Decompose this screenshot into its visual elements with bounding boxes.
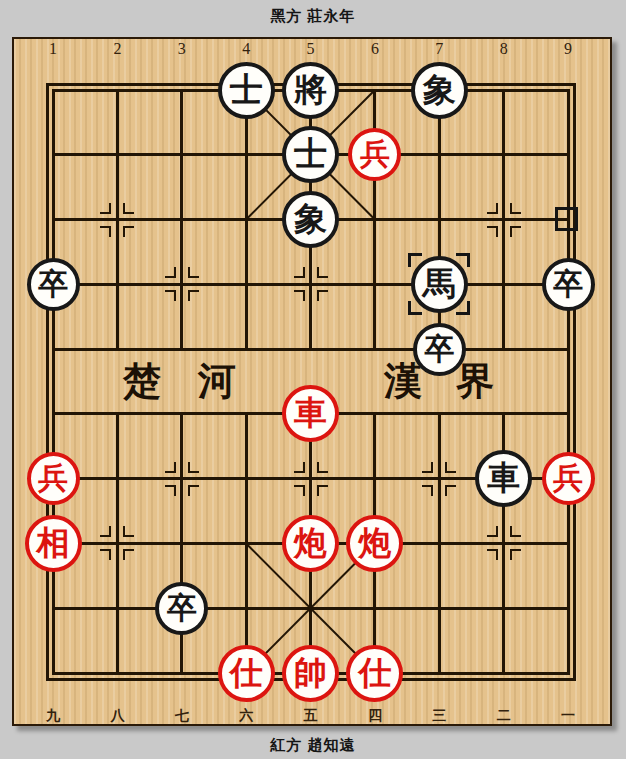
piece-black-soldier[interactable]: 卒 xyxy=(155,582,208,635)
piece-red-elephant[interactable]: 相 xyxy=(25,515,82,572)
piece-black-soldier[interactable]: 卒 xyxy=(27,258,80,311)
star-point-mark xyxy=(510,203,521,214)
bottom-coord-3: 七 xyxy=(169,707,195,725)
star-point-mark xyxy=(422,485,433,496)
star-point-mark xyxy=(188,267,199,278)
star-point-mark xyxy=(445,485,456,496)
piece-black-general[interactable]: 將 xyxy=(282,62,339,119)
bottom-coord-9: 一 xyxy=(555,707,581,725)
river-label-1: 楚 xyxy=(120,360,164,402)
top-coord-6: 6 xyxy=(362,40,388,58)
bottom-coord-8: 二 xyxy=(491,707,517,725)
star-point-mark xyxy=(100,203,111,214)
star-point-mark xyxy=(487,549,498,560)
star-point-mark xyxy=(188,485,199,496)
top-coord-2: 2 xyxy=(104,40,130,58)
star-point-mark xyxy=(294,290,305,301)
piece-black-chariot[interactable]: 車 xyxy=(475,450,532,507)
star-point-mark xyxy=(422,462,433,473)
star-point-mark xyxy=(123,526,134,537)
top-coord-7: 7 xyxy=(426,40,452,58)
star-point-mark xyxy=(294,462,305,473)
star-point-mark xyxy=(510,526,521,537)
piece-red-soldier[interactable]: 兵 xyxy=(27,452,80,505)
piece-black-horse[interactable]: 馬 xyxy=(411,256,468,313)
red-player-label: 紅方 趙知遠 xyxy=(0,736,626,755)
xiangqi-board[interactable]: 123456789九八七六五四三二一楚河漢界士將象士兵象卒馬卒卒車兵車兵相炮炮卒… xyxy=(12,37,612,726)
top-coord-8: 8 xyxy=(491,40,517,58)
piece-black-elephant[interactable]: 象 xyxy=(411,62,468,119)
bottom-coord-4: 六 xyxy=(233,707,259,725)
top-coord-5: 5 xyxy=(298,40,324,58)
piece-black-advisor[interactable]: 士 xyxy=(218,62,275,119)
star-point-mark xyxy=(317,462,328,473)
star-point-mark xyxy=(445,462,456,473)
piece-red-soldier[interactable]: 兵 xyxy=(542,452,595,505)
star-point-mark xyxy=(510,549,521,560)
bottom-coord-7: 三 xyxy=(426,707,452,725)
star-point-mark xyxy=(100,226,111,237)
star-point-mark xyxy=(317,290,328,301)
star-point-mark xyxy=(165,485,176,496)
star-point-mark xyxy=(317,485,328,496)
star-point-mark xyxy=(123,549,134,560)
star-point-mark xyxy=(100,526,111,537)
star-point-mark xyxy=(100,549,111,560)
bottom-coord-5: 五 xyxy=(298,707,324,725)
piece-red-advisor[interactable]: 仕 xyxy=(218,645,275,702)
top-coord-3: 3 xyxy=(169,40,195,58)
piece-red-advisor[interactable]: 仕 xyxy=(346,645,403,702)
piece-red-cannon[interactable]: 炮 xyxy=(346,515,403,572)
black-player-label: 黑方 莊永年 xyxy=(0,7,626,26)
star-point-mark xyxy=(165,462,176,473)
piece-red-chariot[interactable]: 車 xyxy=(282,385,339,442)
piece-black-soldier[interactable]: 卒 xyxy=(413,323,466,376)
star-point-mark xyxy=(123,203,134,214)
star-point-mark xyxy=(487,526,498,537)
piece-red-general[interactable]: 帥 xyxy=(282,645,339,702)
star-point-mark xyxy=(487,203,498,214)
piece-black-soldier[interactable]: 卒 xyxy=(542,258,595,311)
star-point-mark xyxy=(294,485,305,496)
piece-red-cannon[interactable]: 炮 xyxy=(282,515,339,572)
star-point-mark xyxy=(123,226,134,237)
xiangqi-app: 黑方 莊永年 123456789九八七六五四三二一楚河漢界士將象士兵象卒馬卒卒車… xyxy=(0,0,626,759)
star-point-mark xyxy=(317,267,328,278)
top-coord-9: 9 xyxy=(555,40,581,58)
river-label-2: 河 xyxy=(195,360,239,402)
bottom-coord-2: 八 xyxy=(104,707,130,725)
piece-black-advisor[interactable]: 士 xyxy=(282,126,339,183)
last-move-from-marker xyxy=(555,207,578,231)
top-coord-1: 1 xyxy=(40,40,66,58)
piece-black-elephant[interactable]: 象 xyxy=(282,191,339,248)
star-point-mark xyxy=(510,226,521,237)
star-point-mark xyxy=(294,267,305,278)
star-point-mark xyxy=(487,226,498,237)
bottom-coord-6: 四 xyxy=(362,707,388,725)
star-point-mark xyxy=(188,290,199,301)
star-point-mark xyxy=(165,267,176,278)
star-point-mark xyxy=(188,462,199,473)
star-point-mark xyxy=(165,290,176,301)
top-coord-4: 4 xyxy=(233,40,259,58)
bottom-coord-1: 九 xyxy=(40,707,66,725)
